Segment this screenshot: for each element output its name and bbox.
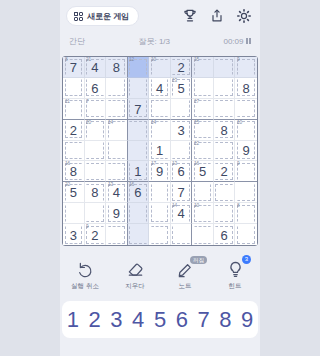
digit: 6: [91, 81, 98, 95]
cell-r4c9[interactable]: 10: [235, 120, 257, 141]
trophy-icon[interactable]: [182, 8, 198, 24]
cage-sum: 21: [86, 57, 91, 62]
cell-r6c6[interactable]: 136: [171, 161, 193, 182]
cell-r9c6[interactable]: [171, 224, 193, 245]
cell-r5c5[interactable]: 1: [149, 141, 171, 162]
cell-r8c7[interactable]: 10: [192, 203, 214, 224]
cell-r5c4[interactable]: [128, 141, 150, 162]
cage-sum: 17: [194, 99, 199, 104]
digit: 8: [91, 185, 98, 199]
numpad-9[interactable]: 9: [236, 301, 258, 338]
digit: 6: [177, 164, 184, 178]
new-game-button[interactable]: 새로운 게임: [66, 6, 139, 26]
header-icons: [182, 8, 252, 24]
cell-r5c6[interactable]: [171, 141, 193, 162]
cell-r7c1[interactable]: 225: [63, 182, 85, 203]
cell-r8c5[interactable]: [149, 203, 171, 224]
pause-button[interactable]: [246, 38, 251, 44]
numpad-2[interactable]: 2: [84, 301, 106, 338]
cage-sum: 9: [86, 224, 89, 229]
cell-r6c7[interactable]: 165: [192, 161, 214, 182]
cage-sum: 8: [65, 57, 68, 62]
cell-r9c3[interactable]: [106, 224, 128, 245]
cell-r9c5[interactable]: [149, 224, 171, 245]
digit: 4: [156, 81, 163, 95]
cage-sum: 16: [194, 161, 199, 166]
digit: 2: [177, 60, 184, 74]
erase-button[interactable]: 지우다: [112, 257, 158, 291]
cell-r9c1[interactable]: 3: [63, 224, 85, 245]
cell-r2c2[interactable]: 6: [85, 78, 107, 99]
cell-r7c7[interactable]: [192, 182, 214, 203]
cell-r5c8[interactable]: [214, 141, 236, 162]
cage-sum: 14: [151, 120, 156, 125]
cell-r9c8[interactable]: 6: [214, 224, 236, 245]
cell-r5c9[interactable]: 9: [235, 141, 257, 162]
numpad-4[interactable]: 4: [127, 301, 149, 338]
cage-sum: 13: [172, 78, 177, 83]
cell-r9c4[interactable]: [128, 224, 150, 245]
new-game-grid-icon: [74, 12, 83, 21]
cell-r2c3[interactable]: [106, 78, 128, 99]
hint-button[interactable]: 3 힌트: [212, 257, 258, 291]
cell-r2c4[interactable]: [128, 78, 150, 99]
cell-r3c5[interactable]: [149, 99, 171, 120]
digit: 6: [221, 228, 228, 242]
cage-sum: 22: [65, 182, 70, 187]
digit: 8: [113, 60, 120, 74]
cell-r2c9[interactable]: 8: [235, 78, 257, 99]
cell-r6c9[interactable]: 9: [235, 161, 257, 182]
share-icon[interactable]: [209, 8, 225, 24]
cell-r8c6[interactable]: 144: [171, 203, 193, 224]
cell-r3c9[interactable]: [235, 99, 257, 120]
digit: 3: [177, 123, 184, 137]
cell-r5c1[interactable]: [63, 141, 85, 162]
cell-r7c3[interactable]: 134: [106, 182, 128, 203]
cage-sum: 10: [194, 203, 199, 208]
cell-r6c2[interactable]: [85, 161, 107, 182]
cell-r2c6[interactable]: 135: [171, 78, 193, 99]
cell-r8c8[interactable]: [214, 203, 236, 224]
digit: 5: [177, 81, 184, 95]
cell-r1c6[interactable]: 2: [171, 57, 193, 78]
digit: 5: [199, 164, 206, 178]
numpad-8[interactable]: 8: [214, 301, 236, 338]
cell-r7c4[interactable]: 166: [128, 182, 150, 203]
notes-button[interactable]: 꺼짐 노트: [162, 257, 208, 291]
cage-sum: 20: [86, 120, 91, 125]
cell-r1c1[interactable]: 87: [63, 57, 85, 78]
number-pad: 123456789: [62, 301, 258, 338]
digit: 9: [243, 143, 250, 157]
digit: 6: [134, 185, 141, 199]
cell-r3c8[interactable]: [214, 99, 236, 120]
cell-r4c6[interactable]: 3: [171, 120, 193, 141]
cell-r4c5[interactable]: 14: [149, 120, 171, 141]
digit: 2: [91, 228, 98, 242]
erase-label: 지우다: [125, 282, 145, 291]
cage-sum: 15: [194, 120, 199, 125]
cell-r9c2[interactable]: 92: [85, 224, 107, 245]
cell-r3c6[interactable]: [171, 99, 193, 120]
cell-r1c2[interactable]: 214: [85, 57, 107, 78]
numpad-3[interactable]: 3: [106, 301, 128, 338]
digit: 1: [156, 143, 163, 157]
cage-sum: 12: [194, 141, 199, 146]
digit: 9: [113, 206, 120, 220]
status-bar: 간단 잘못: 1/3 00:09: [69, 34, 251, 48]
digit: 7: [134, 102, 141, 116]
digit: 8: [221, 123, 228, 137]
difficulty-label: 간단: [69, 36, 85, 47]
digit: 2: [221, 164, 228, 178]
cage-sum: 14: [172, 203, 177, 208]
cell-r6c8[interactable]: 2: [214, 161, 236, 182]
cell-r7c6[interactable]: 7: [171, 182, 193, 203]
cage-sum: 15: [194, 57, 199, 62]
cage-sum: 13: [172, 161, 177, 166]
cell-r1c4-selected[interactable]: 12: [128, 57, 150, 78]
cell-r9c7[interactable]: [192, 224, 214, 245]
cell-r4c4[interactable]: [128, 120, 150, 141]
digit: 4: [91, 60, 98, 74]
undo-label: 실행 취소: [71, 282, 99, 291]
cell-r3c1[interactable]: 11: [63, 99, 85, 120]
eraser-icon: [126, 260, 145, 279]
cell-r6c1[interactable]: 168: [63, 161, 85, 182]
cell-r1c7[interactable]: 15: [192, 57, 214, 78]
cage-sum: 8: [237, 203, 240, 208]
cell-r8c1[interactable]: [63, 203, 85, 224]
numpad-1[interactable]: 1: [62, 301, 84, 338]
cell-r1c5[interactable]: 10: [149, 57, 171, 78]
cell-r7c5[interactable]: [149, 182, 171, 203]
killer-sudoku-app: 새로운 게임 간단 잘못: 1/3 00:09 8721481210215964…: [60, 0, 260, 356]
cell-r4c2[interactable]: 20: [85, 120, 107, 141]
settings-icon[interactable]: [236, 8, 252, 24]
lightbulb-icon: [226, 260, 245, 279]
cage-sum: 10: [151, 57, 156, 62]
cell-r8c9[interactable]: 8: [235, 203, 257, 224]
cell-r6c4[interactable]: 1: [128, 161, 150, 182]
cell-r8c2[interactable]: [85, 203, 107, 224]
header: 새로운 게임: [66, 5, 252, 27]
numpad-6[interactable]: 6: [171, 301, 193, 338]
cage-sum: 14: [108, 120, 113, 125]
cell-r8c3[interactable]: 9: [106, 203, 128, 224]
digit: 2: [70, 123, 77, 137]
cage-sum: 9: [237, 57, 240, 62]
cell-r3c7[interactable]: 17: [192, 99, 214, 120]
cell-r5c3[interactable]: [106, 141, 128, 162]
cell-r3c4[interactable]: 7: [128, 99, 150, 120]
cell-r4c1[interactable]: 2: [63, 120, 85, 141]
cell-r3c2[interactable]: 7: [85, 99, 107, 120]
undo-button[interactable]: 실행 취소: [62, 257, 108, 291]
cell-r1c9[interactable]: 9: [235, 57, 257, 78]
digit: 9: [156, 164, 163, 178]
cell-r5c2[interactable]: [85, 141, 107, 162]
cell-r1c8[interactable]: [214, 57, 236, 78]
mistakes-counter: 잘못: 1/3: [138, 36, 170, 47]
cage-sum: 13: [108, 182, 113, 187]
cell-r2c1[interactable]: [63, 78, 85, 99]
cell-r3c3[interactable]: [106, 99, 128, 120]
numpad-5[interactable]: 5: [149, 301, 171, 338]
cage-sum: 12: [129, 57, 134, 62]
cage-sum: 16: [65, 161, 70, 166]
hint-label: 힌트: [229, 282, 242, 291]
cage-sum: 9: [237, 161, 240, 166]
hint-count-badge: 3: [242, 255, 251, 264]
cell-r4c7[interactable]: 15: [192, 120, 214, 141]
cell-r9c9[interactable]: [235, 224, 257, 245]
cell-r2c7[interactable]: [192, 78, 214, 99]
cage-sum: 7: [86, 99, 89, 104]
new-game-label: 새로운 게임: [87, 11, 129, 22]
notes-label: 노트: [179, 282, 192, 291]
cell-r8c4[interactable]: [128, 203, 150, 224]
notes-off-badge: 꺼짐: [190, 256, 207, 264]
cell-r7c9[interactable]: [235, 182, 257, 203]
digit: 3: [70, 228, 77, 242]
action-bar: 실행 취소 지우다 꺼짐 노트 3 힌트: [60, 257, 260, 299]
cage-sum: 17: [151, 161, 156, 166]
sudoku-board: 8721481210215964135811771722014143158101…: [62, 56, 258, 246]
cell-r6c5[interactable]: 179: [149, 161, 171, 182]
digit: 8: [243, 81, 250, 95]
cell-r5c7[interactable]: 12: [192, 141, 214, 162]
undo-icon: [76, 260, 95, 279]
digit: 5: [70, 185, 77, 199]
cell-r4c8[interactable]: 8: [214, 120, 236, 141]
digit: 8: [70, 164, 77, 178]
digit: 1: [134, 164, 141, 178]
cage-sum: 16: [129, 182, 134, 187]
cage-sum: 11: [65, 99, 70, 104]
digit: 4: [177, 206, 184, 220]
digit: 7: [70, 60, 77, 74]
cell-r2c5[interactable]: 4: [149, 78, 171, 99]
numpad-7[interactable]: 7: [193, 301, 215, 338]
cell-r2c8[interactable]: [214, 78, 236, 99]
cage-sum: 10: [237, 120, 242, 125]
digit: 4: [113, 185, 120, 199]
cell-r7c8[interactable]: [214, 182, 236, 203]
cell-r4c3[interactable]: 14: [106, 120, 128, 141]
timer: 00:09: [223, 37, 243, 46]
cell-r1c3[interactable]: 8: [106, 57, 128, 78]
digit: 7: [177, 185, 184, 199]
cell-r7c2[interactable]: 8: [85, 182, 107, 203]
cell-r6c3[interactable]: [106, 161, 128, 182]
